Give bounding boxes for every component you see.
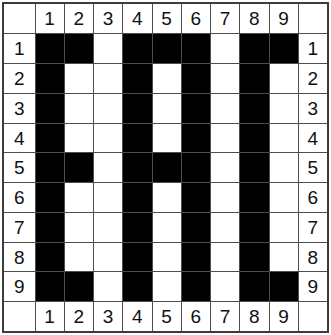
grid-cell-r8c7-empty[interactable] [211, 243, 239, 272]
grid-cell-r7c7-empty[interactable] [211, 213, 239, 242]
grid-cell-r7c3-empty[interactable] [94, 213, 122, 242]
grid-cell-r1c6-filled[interactable] [182, 34, 210, 63]
col-label-top-6: 6 [182, 4, 210, 33]
grid-cell-r6c6-filled[interactable] [182, 183, 210, 212]
row-label-left-4: 4 [4, 124, 35, 153]
grid-cell-r2c3-empty[interactable] [94, 64, 122, 93]
col-label-top-7: 7 [211, 4, 239, 33]
grid-cell-r9c5-empty[interactable] [153, 272, 181, 301]
col-label-top-2: 2 [65, 4, 93, 33]
grid-cell-r9c9-filled[interactable] [270, 272, 298, 301]
grid-cell-r3c5-empty[interactable] [153, 94, 181, 123]
row-label-left-7: 7 [4, 213, 35, 242]
grid-cell-r2c9-empty[interactable] [270, 64, 298, 93]
grid-cell-r1c3-empty[interactable] [94, 34, 122, 63]
col-label-bottom-9: 9 [270, 302, 298, 331]
grid-cell-r5c7-empty[interactable] [211, 153, 239, 182]
grid-cell-r6c3-empty[interactable] [94, 183, 122, 212]
grid-cell-r3c2-empty[interactable] [65, 94, 93, 123]
grid-cell-r5c2-filled[interactable] [65, 153, 93, 182]
col-label-bottom-7: 7 [211, 302, 239, 331]
grid-cell-r2c6-filled[interactable] [182, 64, 210, 93]
corner-bottom-left [4, 302, 35, 331]
grid-cell-r6c7-empty[interactable] [211, 183, 239, 212]
grid-cell-r6c8-filled[interactable] [240, 183, 268, 212]
grid-cell-r6c2-empty[interactable] [65, 183, 93, 212]
row-label-left-2: 2 [4, 64, 35, 93]
grid-cell-r4c8-filled[interactable] [240, 124, 268, 153]
grid-cell-r2c5-empty[interactable] [153, 64, 181, 93]
row-label-left-5: 5 [4, 153, 35, 182]
grid-cell-r3c8-filled[interactable] [240, 94, 268, 123]
grid-cell-r1c5-filled[interactable] [153, 34, 181, 63]
grid-cell-r4c3-empty[interactable] [94, 124, 122, 153]
grid-cell-r6c9-empty[interactable] [270, 183, 298, 212]
grid-cell-r8c1-filled[interactable] [36, 243, 64, 272]
grid-cell-r9c3-empty[interactable] [94, 272, 122, 301]
grid-cell-r4c9-empty[interactable] [270, 124, 298, 153]
grid-cell-r8c6-filled[interactable] [182, 243, 210, 272]
grid-cell-r9c2-filled[interactable] [65, 272, 93, 301]
grid-cell-r5c4-filled[interactable] [123, 153, 151, 182]
grid-cell-r2c1-filled[interactable] [36, 64, 64, 93]
grid-cell-r8c8-filled[interactable] [240, 243, 268, 272]
col-label-top-5: 5 [153, 4, 181, 33]
grid-cell-r7c4-filled[interactable] [123, 213, 151, 242]
grid-cell-r7c6-filled[interactable] [182, 213, 210, 242]
grid-cell-r3c4-filled[interactable] [123, 94, 151, 123]
grid-cell-r7c2-empty[interactable] [65, 213, 93, 242]
grid-cell-r8c3-empty[interactable] [94, 243, 122, 272]
col-label-top-9: 9 [270, 4, 298, 33]
row-label-right-8: 8 [299, 243, 327, 272]
grid-cell-r9c8-filled[interactable] [240, 272, 268, 301]
row-label-left-3: 3 [4, 94, 35, 123]
row-label-right-1: 1 [299, 34, 327, 63]
row-label-right-5: 5 [299, 153, 327, 182]
grid-cell-r8c5-empty[interactable] [153, 243, 181, 272]
grid-cell-r4c4-filled[interactable] [123, 124, 151, 153]
grid-cell-r4c1-filled[interactable] [36, 124, 64, 153]
grid-cell-r1c8-filled[interactable] [240, 34, 268, 63]
puzzle-board: 123456789112233445566778899123456789 [2, 2, 329, 333]
row-label-left-8: 8 [4, 243, 35, 272]
row-label-left-1: 1 [4, 34, 35, 63]
col-label-bottom-4: 4 [123, 302, 151, 331]
col-label-top-3: 3 [94, 4, 122, 33]
row-label-right-2: 2 [299, 64, 327, 93]
grid-cell-r2c7-empty[interactable] [211, 64, 239, 93]
grid-cell-r8c9-empty[interactable] [270, 243, 298, 272]
grid-cell-r7c1-filled[interactable] [36, 213, 64, 242]
row-label-right-6: 6 [299, 183, 327, 212]
col-label-bottom-3: 3 [94, 302, 122, 331]
corner-top-left [4, 4, 35, 33]
grid-cell-r8c4-filled[interactable] [123, 243, 151, 272]
grid-cell-r2c4-filled[interactable] [123, 64, 151, 93]
grid-cell-r5c9-empty[interactable] [270, 153, 298, 182]
grid-cell-r3c1-filled[interactable] [36, 94, 64, 123]
col-label-bottom-1: 1 [36, 302, 64, 331]
col-label-top-4: 4 [123, 4, 151, 33]
grid-cell-r9c1-filled[interactable] [36, 272, 64, 301]
grid-cell-r3c7-empty[interactable] [211, 94, 239, 123]
grid-cell-r9c4-filled[interactable] [123, 272, 151, 301]
grid-cell-r9c6-filled[interactable] [182, 272, 210, 301]
grid-cell-r2c8-filled[interactable] [240, 64, 268, 93]
grid-cell-r6c1-filled[interactable] [36, 183, 64, 212]
col-label-bottom-8: 8 [240, 302, 268, 331]
row-label-right-3: 3 [299, 94, 327, 123]
grid-cell-r4c2-empty[interactable] [65, 124, 93, 153]
grid-cell-r7c9-empty[interactable] [270, 213, 298, 242]
grid-cell-r2c2-empty[interactable] [65, 64, 93, 93]
grid-cell-r9c7-empty[interactable] [211, 272, 239, 301]
col-label-bottom-5: 5 [153, 302, 181, 331]
row-label-left-6: 6 [4, 183, 35, 212]
grid-cell-r5c5-filled[interactable] [153, 153, 181, 182]
col-label-bottom-2: 2 [65, 302, 93, 331]
corner-top-right [299, 4, 327, 33]
grid-cell-r1c1-filled[interactable] [36, 34, 64, 63]
col-label-top-1: 1 [36, 4, 64, 33]
row-label-right-4: 4 [299, 124, 327, 153]
grid-cell-r3c3-empty[interactable] [94, 94, 122, 123]
grid-cell-r4c6-filled[interactable] [182, 124, 210, 153]
grid-cell-r3c9-empty[interactable] [270, 94, 298, 123]
col-label-top-8: 8 [240, 4, 268, 33]
grid-cell-r6c5-empty[interactable] [153, 183, 181, 212]
grid-cell-r8c2-empty[interactable] [65, 243, 93, 272]
grid-cell-r6c4-filled[interactable] [123, 183, 151, 212]
grid-cell-r1c9-filled[interactable] [270, 34, 298, 63]
row-label-right-9: 9 [299, 272, 327, 301]
grid-cell-r5c6-filled[interactable] [182, 153, 210, 182]
grid-cell-r7c5-empty[interactable] [153, 213, 181, 242]
grid-cell-r4c7-empty[interactable] [211, 124, 239, 153]
grid-cell-r3c6-filled[interactable] [182, 94, 210, 123]
grid-cell-r5c3-empty[interactable] [94, 153, 122, 182]
grid-cell-r4c5-empty[interactable] [153, 124, 181, 153]
grid-cell-r1c4-filled[interactable] [123, 34, 151, 63]
grid-cell-r7c8-filled[interactable] [240, 213, 268, 242]
grid-cell-r5c8-filled[interactable] [240, 153, 268, 182]
row-label-left-9: 9 [4, 272, 35, 301]
corner-bottom-right [299, 302, 327, 331]
grid-cell-r5c1-filled[interactable] [36, 153, 64, 182]
col-label-bottom-6: 6 [182, 302, 210, 331]
grid-cell-r1c2-filled[interactable] [65, 34, 93, 63]
grid-cell-r1c7-empty[interactable] [211, 34, 239, 63]
row-label-right-7: 7 [299, 213, 327, 242]
